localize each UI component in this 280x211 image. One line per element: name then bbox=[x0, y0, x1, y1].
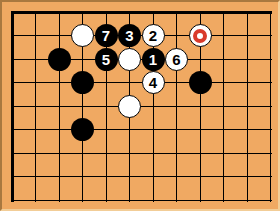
stone-number: 2 bbox=[149, 28, 157, 43]
stone-white-6: 6 bbox=[165, 48, 188, 71]
stone-number: 3 bbox=[125, 28, 133, 43]
stone-white-2: 2 bbox=[142, 24, 165, 47]
stone-white bbox=[71, 24, 94, 47]
stone-black bbox=[71, 118, 94, 141]
grid-line bbox=[11, 106, 273, 107]
stone-black-3: 3 bbox=[118, 24, 141, 47]
stone-number: 7 bbox=[102, 28, 110, 43]
stone-number: 5 bbox=[102, 51, 110, 66]
stone-number: 4 bbox=[149, 75, 157, 90]
stone-white bbox=[118, 95, 141, 118]
grid-line bbox=[11, 129, 273, 130]
go-diagram: 7325164 bbox=[0, 0, 280, 211]
grid-line bbox=[11, 176, 273, 177]
stone-number: 6 bbox=[172, 51, 180, 66]
stone-black-5: 5 bbox=[95, 48, 118, 71]
stone-white bbox=[118, 48, 141, 71]
board-edge-line bbox=[11, 11, 273, 14]
stone-white-4: 4 bbox=[142, 71, 165, 94]
go-board: 7325164 bbox=[2, 2, 278, 209]
stone-black bbox=[48, 48, 71, 71]
stone-white-marked bbox=[189, 24, 212, 47]
grid-line bbox=[11, 153, 273, 154]
red-circle-marker-icon bbox=[193, 29, 207, 43]
stone-black bbox=[189, 71, 212, 94]
stone-black-1: 1 bbox=[142, 48, 165, 71]
stone-number: 1 bbox=[149, 51, 157, 66]
grid-line bbox=[11, 200, 273, 201]
stone-black-7: 7 bbox=[95, 24, 118, 47]
stone-black bbox=[71, 71, 94, 94]
